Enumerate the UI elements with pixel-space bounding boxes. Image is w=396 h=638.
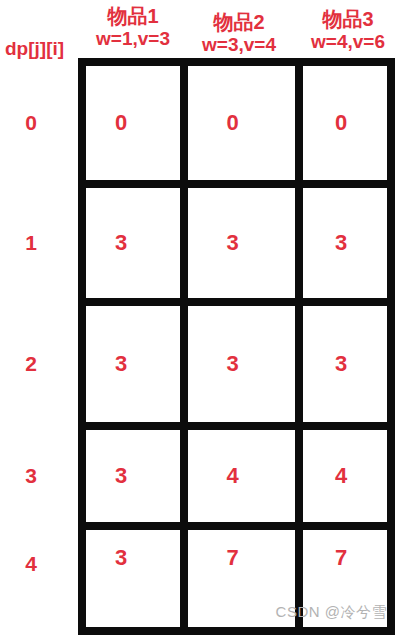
row-label-4: 4	[0, 530, 62, 627]
item3-weight-value: w=4,v=6	[311, 31, 385, 53]
dp-array-label: dp[j][i]	[5, 38, 64, 60]
capacity-row-labels: 0 1 2 3 4	[0, 58, 62, 627]
item2-name: 物品2	[202, 10, 276, 34]
dp-cell-r0c1: 0	[188, 66, 295, 180]
dp-cell-r0c2: 0	[303, 66, 387, 180]
dp-cell-r4c0: 3	[86, 530, 180, 627]
dp-cell-r3c2: 4	[303, 430, 387, 522]
dp-cell-r2c0: 3	[86, 306, 180, 422]
row-label-2: 2	[0, 306, 62, 422]
dp-cell-r1c1: 3	[188, 188, 295, 298]
column-header-item3: 物品3 w=4,v=6	[311, 7, 385, 53]
dp-cell-r3c0: 3	[86, 430, 180, 522]
dp-cell-r1c2: 3	[303, 188, 387, 298]
item1-name: 物品1	[96, 4, 170, 28]
column-header-item1: 物品1 w=1,v=3	[96, 4, 170, 50]
row-label-0: 0	[0, 66, 62, 180]
csdn-watermark: CSDN @冷兮雪	[276, 603, 387, 622]
row-label-3: 3	[0, 430, 62, 522]
dp-cell-r2c2: 3	[303, 306, 387, 422]
item1-weight-value: w=1,v=3	[96, 28, 170, 50]
dp-table-diagram: dp[j][i] 物品1 w=1,v=3 物品2 w=3,v=4 物品3 w=4…	[0, 0, 396, 638]
dp-grid: 0 0 0 3 3 3 3 3 3 3 4 4 3 7 7	[78, 58, 395, 635]
row-label-1: 1	[0, 188, 62, 298]
item2-weight-value: w=3,v=4	[202, 34, 276, 56]
dp-cell-r3c1: 4	[188, 430, 295, 522]
dp-cell-r2c1: 3	[188, 306, 295, 422]
column-header-item2: 物品2 w=3,v=4	[202, 10, 276, 56]
dp-cell-r1c0: 3	[86, 188, 180, 298]
item3-name: 物品3	[311, 7, 385, 31]
dp-cell-r0c0: 0	[86, 66, 180, 180]
